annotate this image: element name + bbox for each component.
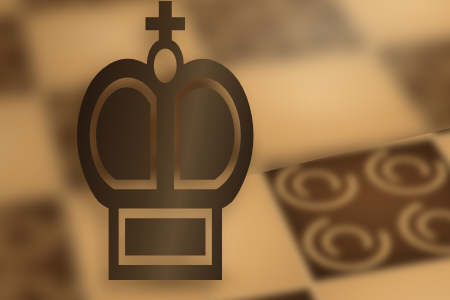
spiral-carving [292,208,401,278]
spiral-carving [255,0,336,19]
piece-shadow [68,256,272,300]
spiral-carving [128,74,225,124]
chess-photo-scene: ♚ [0,0,450,300]
spiral-carving [388,193,450,261]
spiral-carving [144,117,246,173]
spiral-carving [41,85,142,137]
spiral-carving [198,23,286,66]
spiral-carving [275,13,360,55]
spiral-carving [0,199,77,268]
spiral-carving [0,54,41,101]
spiral-carving [384,41,450,87]
spiral-carving [52,130,159,188]
spiral-carving [181,0,265,28]
spiral-carving [356,141,450,201]
